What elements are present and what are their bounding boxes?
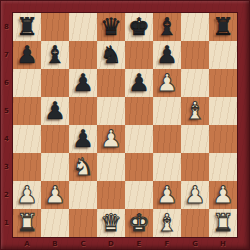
- square-g7[interactable]: [181, 41, 209, 69]
- white-king[interactable]: ♚: [125, 209, 153, 237]
- square-e7[interactable]: [125, 41, 153, 69]
- square-e6[interactable]: ♟: [125, 69, 153, 97]
- chess-board: ♜♛♚♝♜♟♝♞♟♟♟♟♟♝♟♟♞♟♟♟♟♟♜♛♚♝♜: [13, 13, 237, 237]
- square-d7[interactable]: ♞: [97, 41, 125, 69]
- square-e8[interactable]: ♚: [125, 13, 153, 41]
- square-e4[interactable]: [125, 125, 153, 153]
- white-pawn[interactable]: ♟: [41, 181, 69, 209]
- square-a8[interactable]: ♜: [13, 13, 41, 41]
- square-d4[interactable]: ♟: [97, 125, 125, 153]
- square-h3[interactable]: [209, 153, 237, 181]
- square-c2[interactable]: [69, 181, 97, 209]
- square-g3[interactable]: [181, 153, 209, 181]
- file-labels: ABCDEFGH: [13, 237, 237, 250]
- rank-label-1: 1: [0, 209, 13, 237]
- square-c8[interactable]: [69, 13, 97, 41]
- rank-label-4: 4: [0, 125, 13, 153]
- white-pawn[interactable]: ♟: [13, 181, 41, 209]
- square-d1[interactable]: ♛: [97, 209, 125, 237]
- file-label-e: E: [125, 237, 153, 250]
- black-bishop[interactable]: ♝: [153, 13, 181, 41]
- black-king[interactable]: ♚: [125, 13, 153, 41]
- rank-label-7: 7: [0, 41, 13, 69]
- square-g5[interactable]: ♝: [181, 97, 209, 125]
- square-e3[interactable]: [125, 153, 153, 181]
- square-b7[interactable]: ♝: [41, 41, 69, 69]
- white-rook[interactable]: ♜: [13, 209, 41, 237]
- black-pawn[interactable]: ♟: [13, 41, 41, 69]
- square-d6[interactable]: [97, 69, 125, 97]
- file-label-f: F: [153, 237, 181, 250]
- white-queen[interactable]: ♛: [97, 209, 125, 237]
- black-pawn[interactable]: ♟: [69, 125, 97, 153]
- square-b5[interactable]: ♟: [41, 97, 69, 125]
- white-pawn[interactable]: ♟: [153, 181, 181, 209]
- white-rook[interactable]: ♜: [209, 209, 237, 237]
- square-b3[interactable]: [41, 153, 69, 181]
- black-queen[interactable]: ♛: [97, 13, 125, 41]
- square-f1[interactable]: ♝: [153, 209, 181, 237]
- black-pawn[interactable]: ♟: [41, 97, 69, 125]
- square-c5[interactable]: [69, 97, 97, 125]
- square-f2[interactable]: ♟: [153, 181, 181, 209]
- rank-label-5: 5: [0, 97, 13, 125]
- square-c7[interactable]: [69, 41, 97, 69]
- square-b8[interactable]: [41, 13, 69, 41]
- rank-label-6: 6: [0, 69, 13, 97]
- square-h4[interactable]: [209, 125, 237, 153]
- square-h1[interactable]: ♜: [209, 209, 237, 237]
- file-label-d: D: [97, 237, 125, 250]
- square-a5[interactable]: [13, 97, 41, 125]
- square-f4[interactable]: [153, 125, 181, 153]
- square-d5[interactable]: [97, 97, 125, 125]
- black-rook[interactable]: ♜: [209, 13, 237, 41]
- square-h6[interactable]: [209, 69, 237, 97]
- square-a4[interactable]: [13, 125, 41, 153]
- white-bishop[interactable]: ♝: [153, 209, 181, 237]
- square-e2[interactable]: [125, 181, 153, 209]
- file-label-g: G: [181, 237, 209, 250]
- square-a3[interactable]: [13, 153, 41, 181]
- file-label-h: H: [209, 237, 237, 250]
- square-g6[interactable]: [181, 69, 209, 97]
- black-pawn[interactable]: ♟: [153, 41, 181, 69]
- square-b4[interactable]: [41, 125, 69, 153]
- file-label-b: B: [41, 237, 69, 250]
- white-pawn[interactable]: ♟: [153, 69, 181, 97]
- white-pawn[interactable]: ♟: [181, 181, 209, 209]
- black-pawn[interactable]: ♟: [125, 69, 153, 97]
- square-h5[interactable]: [209, 97, 237, 125]
- square-c6[interactable]: ♟: [69, 69, 97, 97]
- square-a1[interactable]: ♜: [13, 209, 41, 237]
- white-pawn[interactable]: ♟: [209, 181, 237, 209]
- square-g1[interactable]: [181, 209, 209, 237]
- file-label-a: A: [13, 237, 41, 250]
- rank-labels: 87654321: [0, 13, 13, 237]
- black-pawn[interactable]: ♟: [69, 69, 97, 97]
- square-f5[interactable]: [153, 97, 181, 125]
- square-e5[interactable]: [125, 97, 153, 125]
- black-rook[interactable]: ♜: [13, 13, 41, 41]
- square-d2[interactable]: [97, 181, 125, 209]
- square-a6[interactable]: [13, 69, 41, 97]
- black-knight[interactable]: ♞: [97, 41, 125, 69]
- square-g8[interactable]: [181, 13, 209, 41]
- rank-label-8: 8: [0, 13, 13, 41]
- square-e1[interactable]: ♚: [125, 209, 153, 237]
- square-h8[interactable]: ♜: [209, 13, 237, 41]
- square-a7[interactable]: ♟: [13, 41, 41, 69]
- black-bishop[interactable]: ♝: [41, 41, 69, 69]
- square-g2[interactable]: ♟: [181, 181, 209, 209]
- rank-label-3: 3: [0, 153, 13, 181]
- square-h2[interactable]: ♟: [209, 181, 237, 209]
- square-b1[interactable]: [41, 209, 69, 237]
- square-f8[interactable]: ♝: [153, 13, 181, 41]
- white-bishop[interactable]: ♝: [181, 97, 209, 125]
- square-f3[interactable]: [153, 153, 181, 181]
- white-pawn[interactable]: ♟: [97, 125, 125, 153]
- square-h7[interactable]: [209, 41, 237, 69]
- square-c1[interactable]: [69, 209, 97, 237]
- square-a2[interactable]: ♟: [13, 181, 41, 209]
- square-f6[interactable]: ♟: [153, 69, 181, 97]
- square-c3[interactable]: ♞: [69, 153, 97, 181]
- square-b6[interactable]: [41, 69, 69, 97]
- white-knight[interactable]: ♞: [69, 153, 97, 181]
- square-b2[interactable]: ♟: [41, 181, 69, 209]
- chess-board-frame: 87654321 ABCDEFGH ♜♛♚♝♜♟♝♞♟♟♟♟♟♝♟♟♞♟♟♟♟♟…: [0, 0, 250, 250]
- rank-label-2: 2: [0, 181, 13, 209]
- square-c4[interactable]: ♟: [69, 125, 97, 153]
- file-label-c: C: [69, 237, 97, 250]
- square-d3[interactable]: [97, 153, 125, 181]
- square-g4[interactable]: [181, 125, 209, 153]
- square-f7[interactable]: ♟: [153, 41, 181, 69]
- square-d8[interactable]: ♛: [97, 13, 125, 41]
